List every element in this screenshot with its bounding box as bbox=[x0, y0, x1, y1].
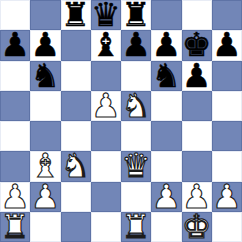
square-a5[interactable] bbox=[0, 91, 30, 121]
square-a4[interactable] bbox=[0, 121, 30, 151]
piece-white-rook[interactable]: ♜ bbox=[0, 212, 30, 242]
piece-black-bishop[interactable]: ♝ bbox=[91, 30, 121, 60]
piece-white-pawn[interactable]: ♟ bbox=[91, 91, 121, 121]
square-a7[interactable]: ♟ bbox=[0, 30, 30, 60]
square-c5[interactable] bbox=[61, 91, 91, 121]
square-e1[interactable]: ♜ bbox=[121, 212, 151, 242]
piece-white-rook[interactable]: ♜ bbox=[121, 212, 151, 242]
chess-board: ♜♛♜♟♟♝♟♟♚♟♞♞♟♟♞♝♞♛♟♟♟♟♟♜♜♚ bbox=[0, 0, 242, 242]
piece-black-pawn[interactable]: ♟ bbox=[0, 30, 30, 60]
square-c2[interactable] bbox=[61, 182, 91, 212]
piece-white-knight[interactable]: ♞ bbox=[61, 151, 91, 181]
piece-black-knight[interactable]: ♞ bbox=[151, 61, 181, 91]
square-e3[interactable]: ♛ bbox=[121, 151, 151, 181]
piece-black-pawn[interactable]: ♟ bbox=[212, 30, 242, 60]
square-f6[interactable]: ♞ bbox=[151, 61, 181, 91]
square-b1[interactable] bbox=[30, 212, 60, 242]
square-c3[interactable]: ♞ bbox=[61, 151, 91, 181]
square-g5[interactable] bbox=[182, 91, 212, 121]
square-d3[interactable] bbox=[91, 151, 121, 181]
square-d1[interactable] bbox=[91, 212, 121, 242]
square-e5[interactable]: ♞ bbox=[121, 91, 151, 121]
square-h7[interactable]: ♟ bbox=[212, 30, 242, 60]
square-f1[interactable] bbox=[151, 212, 181, 242]
square-f5[interactable] bbox=[151, 91, 181, 121]
piece-white-king[interactable]: ♚ bbox=[182, 212, 212, 242]
square-d7[interactable]: ♝ bbox=[91, 30, 121, 60]
square-g6[interactable]: ♟ bbox=[182, 61, 212, 91]
square-a1[interactable]: ♜ bbox=[0, 212, 30, 242]
square-a6[interactable] bbox=[0, 61, 30, 91]
square-d4[interactable] bbox=[91, 121, 121, 151]
piece-black-rook[interactable]: ♜ bbox=[61, 0, 91, 30]
square-h2[interactable]: ♟ bbox=[212, 182, 242, 212]
square-c6[interactable] bbox=[61, 61, 91, 91]
square-b5[interactable] bbox=[30, 91, 60, 121]
square-h4[interactable] bbox=[212, 121, 242, 151]
piece-white-knight[interactable]: ♞ bbox=[121, 91, 151, 121]
square-c1[interactable] bbox=[61, 212, 91, 242]
square-d2[interactable] bbox=[91, 182, 121, 212]
square-h6[interactable] bbox=[212, 61, 242, 91]
piece-black-pawn[interactable]: ♟ bbox=[182, 61, 212, 91]
piece-white-pawn[interactable]: ♟ bbox=[151, 182, 181, 212]
square-c8[interactable]: ♜ bbox=[61, 0, 91, 30]
square-h1[interactable] bbox=[212, 212, 242, 242]
square-d5[interactable]: ♟ bbox=[91, 91, 121, 121]
piece-black-knight[interactable]: ♞ bbox=[30, 61, 60, 91]
square-g4[interactable] bbox=[182, 121, 212, 151]
piece-white-pawn[interactable]: ♟ bbox=[30, 182, 60, 212]
square-f2[interactable]: ♟ bbox=[151, 182, 181, 212]
square-f4[interactable] bbox=[151, 121, 181, 151]
square-e7[interactable]: ♟ bbox=[121, 30, 151, 60]
piece-black-pawn[interactable]: ♟ bbox=[121, 30, 151, 60]
piece-white-queen[interactable]: ♛ bbox=[121, 151, 151, 181]
square-c7[interactable] bbox=[61, 30, 91, 60]
square-b6[interactable]: ♞ bbox=[30, 61, 60, 91]
piece-white-pawn[interactable]: ♟ bbox=[212, 182, 242, 212]
square-b2[interactable]: ♟ bbox=[30, 182, 60, 212]
square-g1[interactable]: ♚ bbox=[182, 212, 212, 242]
square-h5[interactable] bbox=[212, 91, 242, 121]
